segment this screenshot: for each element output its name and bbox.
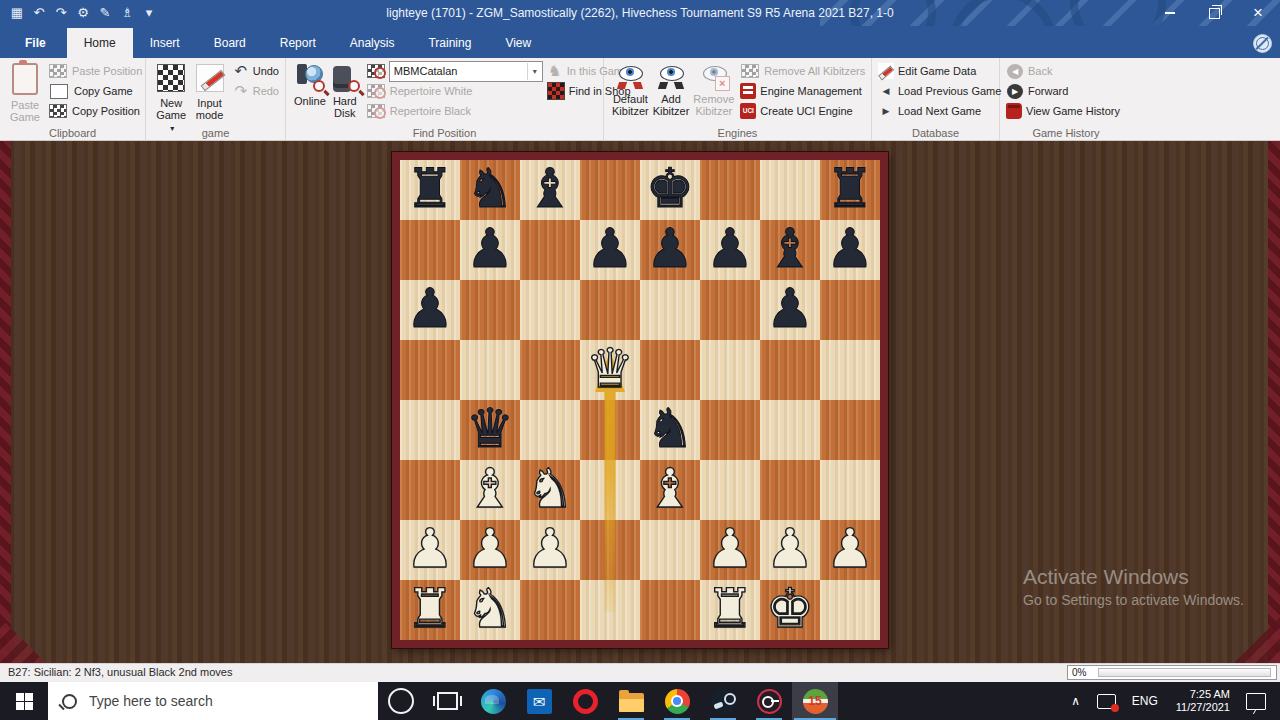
keyapp-icon [757, 689, 782, 714]
start-button[interactable] [0, 682, 48, 720]
remove-all-kibitzers-icon [741, 64, 759, 78]
square-b8[interactable]: ♞ [460, 160, 520, 220]
square-e2[interactable] [640, 520, 700, 580]
group-label-clipboard: Clipboard [0, 127, 145, 139]
online-search-icon [297, 64, 323, 90]
ribbon-group-game: New Game ▾ Input mode ↶ Undo ↷ Redo game [146, 58, 286, 140]
default-kibitzer-button[interactable]: Default Kibitzer [612, 62, 649, 117]
book-dropdown[interactable]: MBMCatalan ▾ [389, 61, 543, 82]
square-e1[interactable] [640, 580, 700, 640]
piece-white-pawn[interactable]: ♟ [520, 520, 580, 580]
add-kibitzer-eye-icon [656, 64, 686, 90]
redo-icon: ↷ [233, 83, 249, 99]
book-search-icon [367, 64, 385, 78]
group-label-find-position: Find Position [286, 127, 603, 139]
decorative-corner-bl [0, 617, 46, 663]
square-e8[interactable]: ♚ [640, 160, 700, 220]
square-b2[interactable]: ♟ [460, 520, 520, 580]
ribbon-group-find-position: Online Hard Disk MBMCatalan ▾ Repertoire… [286, 58, 604, 140]
square-c6[interactable] [520, 280, 580, 340]
square-b1[interactable]: ♞ [460, 580, 520, 640]
square-c7[interactable] [520, 220, 580, 280]
clipboard-icon [12, 63, 38, 95]
square-g6[interactable]: ♟ [760, 280, 820, 340]
chess-board-frame: ♜♞♝♚♜♟♟♟♟♝♟♟♟♛♛♞♝♞♝♟♟♟♟♟♟♜♞♜♚ [392, 152, 888, 648]
task-view-icon [437, 692, 458, 710]
piece-white-rook[interactable]: ♜ [400, 580, 460, 640]
repertoire-black-icon [367, 104, 385, 118]
chess-board[interactable]: ♜♞♝♚♜♟♟♟♟♝♟♟♟♛♛♞♝♞♝♟♟♟♟♟♟♜♞♜♚ [400, 160, 880, 640]
restore-button[interactable] [1192, 0, 1236, 26]
remove-kibitzer-eye-icon: × [699, 64, 729, 90]
undo-icon: ↶ [233, 63, 249, 79]
piece-black-rook[interactable]: ♜ [820, 160, 880, 220]
mail-icon: ✉ [527, 689, 552, 714]
square-h7[interactable]: ♟ [820, 220, 880, 280]
taskbar-app-explorer[interactable] [608, 682, 654, 720]
square-f8[interactable] [700, 160, 760, 220]
edit-game-data-button[interactable]: Edit Game Data [878, 61, 1001, 81]
square-d4[interactable] [580, 400, 640, 460]
search-icon [62, 694, 77, 709]
chrome-icon [665, 689, 690, 714]
square-d3[interactable] [580, 460, 640, 520]
find-harddisk-button[interactable]: Hard Disk [330, 62, 360, 119]
shop-icon [547, 82, 565, 100]
square-e7[interactable]: ♟ [640, 220, 700, 280]
square-h2[interactable]: ♟ [820, 520, 880, 580]
steam-icon [711, 689, 736, 714]
tray-date: 11/27/2021 [1176, 701, 1230, 713]
default-kibitzer-eye-icon [615, 64, 645, 90]
square-f6[interactable] [700, 280, 760, 340]
screen: ▦↶↷⚙✎♗▾ lighteye (1701) - ZGM_Samostical… [0, 0, 1280, 720]
engine-progress: 0% [1067, 665, 1277, 680]
square-f4[interactable] [700, 400, 760, 460]
chess15-icon: 15 [803, 689, 828, 714]
tray-time: 7:25 AM [1190, 688, 1230, 700]
square-b7[interactable]: ♟ [460, 220, 520, 280]
history-forward-button[interactable]: ▶ Forward [1006, 81, 1120, 101]
engine-management-icon [740, 83, 756, 99]
square-b4[interactable]: ♛ [460, 400, 520, 460]
piece-black-rook[interactable]: ♜ [400, 160, 460, 220]
tab-board[interactable]: Board [197, 28, 263, 58]
close-button[interactable]: × [1236, 0, 1280, 26]
windows-logo-icon [16, 693, 33, 710]
square-b3[interactable]: ♝ [460, 460, 520, 520]
piece-black-pawn[interactable]: ♟ [580, 220, 640, 280]
taskbar-app-chrome[interactable] [654, 682, 700, 720]
board-window-background: ♜♞♝♚♜♟♟♟♟♝♟♟♟♛♛♞♝♞♝♟♟♟♟♟♟♜♞♜♚ Activate W… [0, 141, 1280, 663]
undo-button[interactable]: ↶ Undo [233, 61, 279, 81]
tray-chevron-up-icon[interactable]: ∧ [1063, 694, 1089, 708]
square-f1[interactable]: ♜ [700, 580, 760, 640]
square-h5[interactable] [820, 340, 880, 400]
square-g8[interactable] [760, 160, 820, 220]
opening-classification-text: B27: Sicilian: 2 Nf3, unusual Black 2nd … [8, 666, 232, 678]
square-e5[interactable] [640, 340, 700, 400]
square-a1[interactable]: ♜ [400, 580, 460, 640]
ribbon-group-database: Edit Game Data ◀ Load Previous Game ▶ Lo… [872, 58, 1000, 140]
in-this-game-icon: ♞ [547, 63, 563, 79]
taskbar-search[interactable]: Type here to search [48, 682, 378, 720]
square-e6[interactable] [640, 280, 700, 340]
tab-file[interactable]: File [8, 28, 63, 58]
piece-black-pawn[interactable]: ♟ [640, 220, 700, 280]
square-h4[interactable] [820, 400, 880, 460]
previous-icon: ◀ [878, 83, 894, 99]
repertoire-white-icon [367, 84, 385, 98]
tab-home[interactable]: Home [67, 28, 133, 58]
square-d6[interactable] [580, 280, 640, 340]
group-label-game-history: Game History [1000, 127, 1132, 139]
group-label-engines: Engines [604, 127, 871, 139]
progress-track [1098, 668, 1271, 677]
square-c8[interactable]: ♝ [520, 160, 580, 220]
square-a5[interactable] [400, 340, 460, 400]
square-g3[interactable] [760, 460, 820, 520]
piece-black-queen[interactable]: ♛ [460, 400, 520, 460]
piece-white-rook[interactable]: ♜ [700, 580, 760, 640]
edge-icon [481, 689, 506, 714]
piece-white-pawn[interactable]: ♟ [460, 520, 520, 580]
square-h3[interactable] [820, 460, 880, 520]
view-game-history-button[interactable]: View Game History [1006, 101, 1120, 121]
find-online-button[interactable]: Online [294, 62, 326, 107]
explorer-icon [619, 693, 644, 712]
paste-position-icon [49, 64, 67, 78]
taskbar-app-edge[interactable] [470, 682, 516, 720]
ribbon-tab-row: FileHomeInsertBoardReportAnalysisTrainin… [0, 26, 1280, 58]
action-center-icon[interactable] [1246, 693, 1266, 710]
ribbon-group-game-history: ◀ Back ▶ Forward View Game History Game … [1000, 58, 1132, 140]
activate-windows-watermark: Activate Windows Go to Settings to activ… [1023, 565, 1244, 608]
forward-icon: ▶ [1007, 84, 1023, 99]
piece-white-pawn[interactable]: ♟ [400, 520, 460, 580]
square-g4[interactable] [760, 400, 820, 460]
minimize-button[interactable] [1148, 0, 1192, 26]
ribbon: Paste Game Paste Position Copy Game Copy… [0, 58, 1280, 141]
taskbar-apps: ✉15 [470, 682, 838, 720]
copy-game-button[interactable]: Copy Game [48, 81, 142, 101]
book-dropdown-row: MBMCatalan ▾ [366, 61, 543, 81]
load-next-game-button[interactable]: ▶ Load Next Game [878, 101, 1001, 121]
decorative-right-border [1268, 141, 1280, 663]
square-f2[interactable]: ♟ [700, 520, 760, 580]
piece-white-bishop[interactable]: ♝ [460, 460, 520, 520]
square-h1[interactable] [820, 580, 880, 640]
create-uci-engine-button[interactable]: UCI Create UCI Engine [740, 101, 865, 121]
language-indicator[interactable]: ENG [1124, 694, 1166, 708]
square-h8[interactable]: ♜ [820, 160, 880, 220]
decorative-left-border [0, 141, 11, 663]
piece-black-knight[interactable]: ♞ [640, 400, 700, 460]
piece-white-knight[interactable]: ♞ [520, 460, 580, 520]
help-globe-icon[interactable] [1253, 34, 1272, 53]
taskbar-app-opera[interactable] [562, 682, 608, 720]
tab-insert[interactable]: Insert [133, 28, 197, 58]
group-label-database: Database [872, 127, 999, 139]
piece-white-bishop[interactable]: ♝ [640, 460, 700, 520]
square-f7[interactable]: ♟ [700, 220, 760, 280]
pencil-icon [196, 64, 224, 92]
piece-black-king[interactable]: ♚ [640, 160, 700, 220]
taskbar-app-steam[interactable] [700, 682, 746, 720]
ribbon-group-engines: Default Kibitzer Add Kibitzer × Remove K… [604, 58, 872, 140]
square-c3[interactable]: ♞ [520, 460, 580, 520]
square-c5[interactable] [520, 340, 580, 400]
copy-position-button[interactable]: Copy Position [48, 101, 142, 121]
piece-black-bishop[interactable]: ♝ [760, 220, 820, 280]
uci-icon: UCI [740, 103, 756, 119]
square-f5[interactable] [700, 340, 760, 400]
load-previous-game-button[interactable]: ◀ Load Previous Game [878, 81, 1001, 101]
square-g5[interactable] [760, 340, 820, 400]
close-icon: × [1253, 3, 1263, 23]
search-placeholder: Type here to search [89, 693, 213, 709]
opera-icon [573, 689, 598, 714]
square-a3[interactable] [400, 460, 460, 520]
piece-black-pawn[interactable]: ♟ [700, 220, 760, 280]
piece-white-queen[interactable]: ♛ [580, 340, 640, 400]
square-d2[interactable] [580, 520, 640, 580]
square-c1[interactable] [520, 580, 580, 640]
piece-black-pawn[interactable]: ♟ [460, 220, 520, 280]
history-back-button[interactable]: ◀ Back [1006, 61, 1120, 81]
remove-kibitzer-button[interactable]: × Remove Kibitzer [693, 62, 734, 117]
tray-display-icon[interactable] [1097, 694, 1116, 709]
square-e4[interactable]: ♞ [640, 400, 700, 460]
square-g1[interactable]: ♚ [760, 580, 820, 640]
square-a2[interactable]: ♟ [400, 520, 460, 580]
square-a7[interactable] [400, 220, 460, 280]
restore-icon [1209, 8, 1220, 19]
tab-report[interactable]: Report [263, 28, 333, 58]
cortana-button[interactable] [378, 682, 424, 720]
window-title: lighteye (1701) - ZGM_Samostically (2262… [0, 0, 1280, 26]
edit-game-data-icon [878, 63, 894, 79]
square-c4[interactable] [520, 400, 580, 460]
new-game-button[interactable]: New Game ▾ [154, 62, 188, 135]
piece-black-pawn[interactable]: ♟ [760, 280, 820, 340]
piece-black-bishop[interactable]: ♝ [520, 160, 580, 220]
square-c2[interactable]: ♟ [520, 520, 580, 580]
piece-black-pawn[interactable]: ♟ [400, 280, 460, 340]
progress-percent: 0% [1072, 667, 1086, 678]
square-d5[interactable]: ♛ [580, 340, 640, 400]
remove-all-kibitzers-button[interactable]: Remove All Kibitzers [740, 61, 865, 81]
next-icon: ▶ [878, 103, 894, 119]
new-game-icon [157, 64, 185, 92]
input-mode-button[interactable]: Input mode [192, 62, 226, 121]
title-bar: ▦↶↷⚙✎♗▾ lighteye (1701) - ZGM_Samostical… [0, 0, 1280, 26]
cortana-icon [388, 688, 414, 714]
square-b6[interactable] [460, 280, 520, 340]
square-d8[interactable] [580, 160, 640, 220]
clock[interactable]: 7:25 AM 11/27/2021 [1166, 688, 1240, 714]
book-dropdown-value: MBMCatalan [390, 65, 527, 77]
taskbar-app-keyapp[interactable] [746, 682, 792, 720]
copy-icon [50, 84, 68, 99]
piece-white-pawn[interactable]: ♟ [760, 520, 820, 580]
piece-white-knight[interactable]: ♞ [460, 580, 520, 640]
paste-game-button[interactable]: Paste Game [8, 62, 42, 123]
book-dropdown-caret-icon: ▾ [527, 63, 542, 80]
repertoire-black-button[interactable]: Repertoire Black [366, 101, 543, 121]
ribbon-group-clipboard: Paste Game Paste Position Copy Game Copy… [0, 58, 146, 140]
square-g2[interactable]: ♟ [760, 520, 820, 580]
redo-button[interactable]: ↷ Redo [233, 81, 279, 101]
copy-position-icon [49, 104, 67, 118]
group-label-game: game [146, 127, 285, 139]
square-a6[interactable]: ♟ [400, 280, 460, 340]
back-icon: ◀ [1007, 64, 1023, 79]
square-h6[interactable] [820, 280, 880, 340]
piece-black-pawn[interactable]: ♟ [820, 220, 880, 280]
piece-black-knight[interactable]: ♞ [460, 160, 520, 220]
square-a4[interactable] [400, 400, 460, 460]
square-f3[interactable] [700, 460, 760, 520]
tab-view[interactable]: View [488, 28, 548, 58]
harddisk-search-icon [332, 64, 358, 90]
minimize-icon [1165, 12, 1175, 14]
task-view-button[interactable] [424, 682, 470, 720]
taskbar: Type here to search ✉15 ∧ ENG 7:25 AM 11… [0, 682, 1280, 720]
square-e3[interactable]: ♝ [640, 460, 700, 520]
taskbar-app-chess15[interactable]: 15 [792, 682, 838, 720]
square-g7[interactable]: ♝ [760, 220, 820, 280]
tab-analysis[interactable]: Analysis [333, 28, 412, 58]
history-book-icon [1006, 103, 1022, 119]
square-a8[interactable]: ♜ [400, 160, 460, 220]
square-d1[interactable] [580, 580, 640, 640]
system-tray: ∧ ENG 7:25 AM 11/27/2021 [1063, 682, 1280, 720]
status-bar: B27: Sicilian: 2 Nf3, unusual Black 2nd … [0, 663, 1280, 682]
add-kibitzer-button[interactable]: Add Kibitzer [653, 62, 690, 117]
square-b5[interactable] [460, 340, 520, 400]
engine-management-button[interactable]: Engine Management [740, 81, 865, 101]
tab-training[interactable]: Training [411, 28, 488, 58]
piece-white-pawn[interactable]: ♟ [820, 520, 880, 580]
repertoire-white-button[interactable]: Repertoire White [366, 81, 543, 101]
piece-white-pawn[interactable]: ♟ [700, 520, 760, 580]
decorative-corner-br [1234, 617, 1280, 663]
square-d7[interactable]: ♟ [580, 220, 640, 280]
paste-position-button[interactable]: Paste Position [48, 61, 142, 81]
taskbar-app-mail[interactable]: ✉ [516, 682, 562, 720]
piece-white-king[interactable]: ♚ [760, 580, 820, 640]
